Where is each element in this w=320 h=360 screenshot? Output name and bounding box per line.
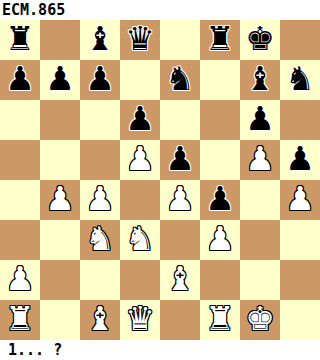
- square-a4[interactable]: [0, 180, 40, 220]
- square-h6[interactable]: [280, 100, 320, 140]
- square-b2[interactable]: [40, 260, 80, 300]
- black-pawn-b7[interactable]: ♟: [45, 60, 75, 99]
- white-pawn-a2[interactable]: ♟: [5, 260, 35, 299]
- square-d4[interactable]: [120, 180, 160, 220]
- square-g4[interactable]: [240, 180, 280, 220]
- square-h2[interactable]: [280, 260, 320, 300]
- square-g3[interactable]: [240, 220, 280, 260]
- white-knight-c3[interactable]: ♞: [85, 220, 115, 259]
- white-bishop-c1[interactable]: ♝: [85, 300, 115, 339]
- square-f2[interactable]: [200, 260, 240, 300]
- square-g5[interactable]: ♟: [240, 140, 280, 180]
- square-f5[interactable]: [200, 140, 240, 180]
- black-pawn-a7[interactable]: ♟: [5, 60, 35, 99]
- square-g1[interactable]: ♚: [240, 300, 280, 340]
- square-h4[interactable]: ♟: [280, 180, 320, 220]
- square-e5[interactable]: ♟: [160, 140, 200, 180]
- square-f7[interactable]: [200, 60, 240, 100]
- header-strip: ECM.865: [0, 0, 320, 20]
- square-h1[interactable]: [280, 300, 320, 340]
- black-rook-f8[interactable]: ♜: [205, 20, 235, 59]
- white-rook-a1[interactable]: ♜: [5, 300, 35, 339]
- square-e2[interactable]: ♝: [160, 260, 200, 300]
- square-c6[interactable]: [80, 100, 120, 140]
- square-b7[interactable]: ♟: [40, 60, 80, 100]
- square-c2[interactable]: [80, 260, 120, 300]
- square-a1[interactable]: ♜: [0, 300, 40, 340]
- square-f6[interactable]: [200, 100, 240, 140]
- square-d6[interactable]: ♟: [120, 100, 160, 140]
- square-d8[interactable]: ♛: [120, 20, 160, 60]
- square-b3[interactable]: [40, 220, 80, 260]
- white-pawn-e4[interactable]: ♟: [165, 180, 195, 219]
- black-pawn-g6[interactable]: ♟: [245, 100, 275, 139]
- black-rook-a8[interactable]: ♜: [5, 20, 35, 59]
- square-b8[interactable]: [40, 20, 80, 60]
- square-c1[interactable]: ♝: [80, 300, 120, 340]
- chess-app-window: ECM.865 ♜♝♛♜♚♟♟♟♞♝♞♟♟♟♟♟♟♟♟♟♟♟♞♞♟♟♝♜♝♛♜♚…: [0, 0, 320, 360]
- square-d7[interactable]: [120, 60, 160, 100]
- puzzle-title: ECM.865: [2, 0, 65, 20]
- square-c5[interactable]: [80, 140, 120, 180]
- square-a8[interactable]: ♜: [0, 20, 40, 60]
- white-queen-d1[interactable]: ♛: [125, 300, 155, 339]
- square-f1[interactable]: ♜: [200, 300, 240, 340]
- square-e1[interactable]: [160, 300, 200, 340]
- square-g2[interactable]: [240, 260, 280, 300]
- square-d2[interactable]: [120, 260, 160, 300]
- square-d3[interactable]: ♞: [120, 220, 160, 260]
- square-h8[interactable]: [280, 20, 320, 60]
- white-pawn-g5[interactable]: ♟: [245, 140, 275, 179]
- white-pawn-f3[interactable]: ♟: [205, 220, 235, 259]
- square-a7[interactable]: ♟: [0, 60, 40, 100]
- square-c3[interactable]: ♞: [80, 220, 120, 260]
- square-g7[interactable]: ♝: [240, 60, 280, 100]
- black-bishop-c8[interactable]: ♝: [85, 20, 115, 59]
- square-e3[interactable]: [160, 220, 200, 260]
- chess-board[interactable]: ♜♝♛♜♚♟♟♟♞♝♞♟♟♟♟♟♟♟♟♟♟♟♞♞♟♟♝♜♝♛♜♚: [0, 20, 320, 340]
- square-c8[interactable]: ♝: [80, 20, 120, 60]
- square-c4[interactable]: ♟: [80, 180, 120, 220]
- black-pawn-e5[interactable]: ♟: [165, 140, 195, 179]
- square-e7[interactable]: ♞: [160, 60, 200, 100]
- black-pawn-d6[interactable]: ♟: [125, 100, 155, 139]
- square-f4[interactable]: ♟: [200, 180, 240, 220]
- square-d1[interactable]: ♛: [120, 300, 160, 340]
- black-king-g8[interactable]: ♚: [245, 20, 275, 59]
- square-b1[interactable]: [40, 300, 80, 340]
- move-prompt: 1... ?: [8, 340, 62, 360]
- square-h5[interactable]: ♟: [280, 140, 320, 180]
- white-knight-d3[interactable]: ♞: [125, 220, 155, 259]
- square-a3[interactable]: [0, 220, 40, 260]
- square-f8[interactable]: ♜: [200, 20, 240, 60]
- square-h7[interactable]: ♞: [280, 60, 320, 100]
- black-pawn-f4[interactable]: ♟: [205, 180, 235, 219]
- white-bishop-e2[interactable]: ♝: [165, 260, 195, 299]
- white-rook-f1[interactable]: ♜: [205, 300, 235, 339]
- square-e4[interactable]: ♟: [160, 180, 200, 220]
- footer-strip: 1... ?: [0, 340, 320, 360]
- square-g8[interactable]: ♚: [240, 20, 280, 60]
- white-pawn-c4[interactable]: ♟: [85, 180, 115, 219]
- square-d5[interactable]: ♟: [120, 140, 160, 180]
- square-g6[interactable]: ♟: [240, 100, 280, 140]
- square-a5[interactable]: [0, 140, 40, 180]
- square-b5[interactable]: [40, 140, 80, 180]
- black-knight-e7[interactable]: ♞: [165, 60, 195, 99]
- square-f3[interactable]: ♟: [200, 220, 240, 260]
- square-a2[interactable]: ♟: [0, 260, 40, 300]
- white-pawn-h4[interactable]: ♟: [285, 180, 315, 219]
- square-b4[interactable]: ♟: [40, 180, 80, 220]
- square-b6[interactable]: [40, 100, 80, 140]
- square-c7[interactable]: ♟: [80, 60, 120, 100]
- white-pawn-d5[interactable]: ♟: [125, 140, 155, 179]
- black-queen-d8[interactable]: ♛: [125, 20, 155, 59]
- white-pawn-b4[interactable]: ♟: [45, 180, 75, 219]
- black-bishop-g7[interactable]: ♝: [245, 60, 275, 99]
- black-pawn-c7[interactable]: ♟: [85, 60, 115, 99]
- square-e6[interactable]: [160, 100, 200, 140]
- white-king-g1[interactable]: ♚: [245, 300, 275, 339]
- square-h3[interactable]: [280, 220, 320, 260]
- square-e8[interactable]: [160, 20, 200, 60]
- black-pawn-h5[interactable]: ♟: [285, 140, 315, 179]
- black-knight-h7[interactable]: ♞: [285, 60, 315, 99]
- square-a6[interactable]: [0, 100, 40, 140]
